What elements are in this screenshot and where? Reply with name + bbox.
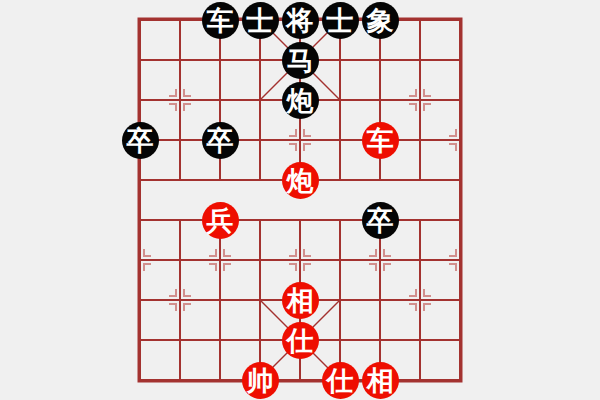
piece-black-general[interactable]: 将 <box>282 2 319 39</box>
piece-red-general[interactable]: 帅 <box>242 362 279 399</box>
piece-black-advisor[interactable]: 士 <box>242 2 279 39</box>
piece-red-pawn[interactable]: 兵 <box>202 202 239 239</box>
piece-black-chariot[interactable]: 车 <box>202 2 239 39</box>
piece-red-cannon[interactable]: 炮 <box>282 162 319 199</box>
piece-black-pawn[interactable]: 卒 <box>122 122 159 159</box>
piece-black-horse[interactable]: 马 <box>282 42 319 79</box>
piece-black-cannon[interactable]: 炮 <box>282 82 319 119</box>
piece-red-chariot[interactable]: 车 <box>362 122 399 159</box>
piece-black-pawn[interactable]: 卒 <box>362 202 399 239</box>
piece-red-advisor[interactable]: 仕 <box>322 362 359 399</box>
piece-red-elephant[interactable]: 相 <box>362 362 399 399</box>
piece-red-advisor[interactable]: 仕 <box>282 322 319 359</box>
piece-red-elephant[interactable]: 相 <box>282 282 319 319</box>
xiangqi-board: 车士将士象马炮卒卒车炮兵卒相仕帅仕相 <box>0 0 600 400</box>
piece-black-pawn[interactable]: 卒 <box>202 122 239 159</box>
piece-black-advisor[interactable]: 士 <box>322 2 359 39</box>
piece-black-elephant[interactable]: 象 <box>362 2 399 39</box>
